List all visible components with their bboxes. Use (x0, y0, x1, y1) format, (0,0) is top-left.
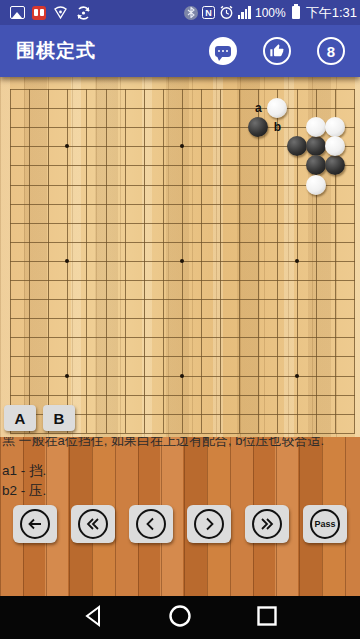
android-navigation-bar (0, 596, 360, 639)
grid-line-h (10, 280, 355, 281)
grid-line-h (10, 433, 355, 434)
star-point (295, 374, 299, 378)
step-backward-button[interactable] (129, 505, 173, 543)
wifi-shield-icon (53, 5, 68, 20)
double-chevron-left-icon (78, 509, 108, 539)
bluetooth-icon (184, 6, 198, 20)
chat-bubble-button[interactable] (209, 37, 237, 65)
pass-label: Pass (314, 519, 335, 529)
grid-line-h (10, 299, 355, 300)
stone-black (306, 136, 326, 156)
alarm-icon (219, 5, 234, 20)
stone-white (306, 175, 326, 195)
gallery-icon (10, 6, 25, 19)
grid-line-v (354, 89, 355, 433)
grid-line-v (201, 89, 202, 433)
star-point (65, 374, 69, 378)
thumbs-up-button[interactable] (263, 37, 291, 65)
grid-line-h (10, 395, 355, 396)
stone-white (267, 98, 287, 118)
page-title: 围棋定式 (0, 38, 96, 64)
android-recents-button[interactable] (256, 605, 278, 631)
app-bar: 围棋定式 8 (0, 25, 360, 77)
red-app-icon (32, 6, 46, 20)
sync-icon (75, 5, 92, 21)
variation-b-button[interactable]: B (43, 405, 75, 431)
pass-button[interactable]: Pass (303, 505, 347, 543)
grid-line-h (10, 337, 355, 338)
fast-forward-button[interactable] (245, 505, 289, 543)
grid-line-v (239, 89, 240, 433)
back-arrow-icon (20, 509, 50, 539)
answer-line-a: a1 - 挡. (2, 462, 46, 480)
android-home-button[interactable] (168, 604, 192, 632)
stone-white (306, 117, 326, 137)
grid-line-h (10, 356, 355, 357)
battery-icon (292, 6, 300, 19)
badge-number: 8 (327, 43, 335, 60)
star-point (295, 259, 299, 263)
status-icons-right: N 100% 下午1:31 (184, 4, 357, 22)
chevron-left-icon (136, 509, 166, 539)
screen: N 100% 下午1:31 围棋定式 8 黑 一般在a位挡 (0, 0, 360, 639)
move-nav-row: Pass (0, 505, 360, 543)
thumbs-up-icon (269, 43, 285, 59)
clock-time: 下午1:31 (306, 4, 357, 22)
grid-line-v (220, 89, 221, 433)
stone-black (248, 117, 268, 137)
stone-black (287, 136, 307, 156)
stone-white (325, 136, 345, 156)
chat-bubble-icon (215, 46, 231, 57)
status-bar: N 100% 下午1:31 (0, 0, 360, 25)
go-board[interactable]: ab (0, 77, 360, 437)
point-label-b: b (270, 120, 284, 134)
variation-a-button[interactable]: A (4, 405, 36, 431)
number-badge-button[interactable]: 8 (317, 37, 345, 65)
android-back-button[interactable] (82, 604, 104, 632)
go-to-start-button[interactable] (13, 505, 57, 543)
chevron-right-icon (194, 509, 224, 539)
grid-line-v (258, 89, 259, 433)
signal-icon (238, 6, 251, 19)
star-point (65, 259, 69, 263)
fast-backward-button[interactable] (71, 505, 115, 543)
stone-black (306, 155, 326, 175)
grid-line-h (10, 318, 355, 319)
star-point (65, 144, 69, 148)
status-icons-left (3, 5, 92, 21)
stone-black (325, 155, 345, 175)
star-point (180, 374, 184, 378)
double-chevron-right-icon (252, 509, 282, 539)
star-point (180, 259, 184, 263)
step-forward-button[interactable] (187, 505, 231, 543)
nfc-icon: N (202, 6, 215, 19)
answer-line-b: b2 - 压. (2, 482, 46, 500)
point-label-a: a (251, 101, 265, 115)
grid-line-v (277, 89, 278, 433)
stone-white (325, 117, 345, 137)
star-point (180, 144, 184, 148)
battery-percent: 100% (255, 6, 286, 20)
